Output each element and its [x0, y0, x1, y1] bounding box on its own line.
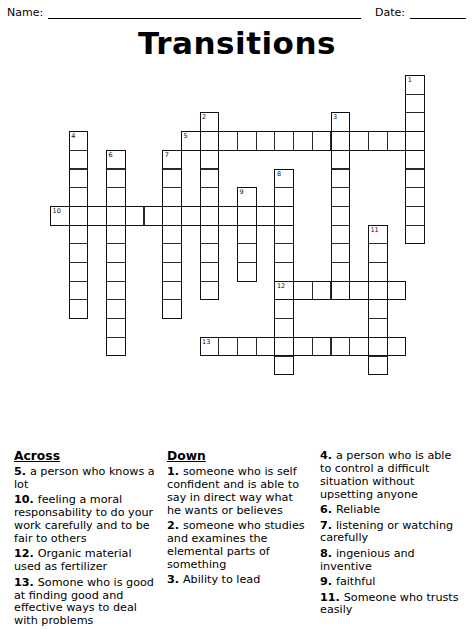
grid-cell[interactable] — [331, 225, 351, 245]
grid-cell[interactable] — [274, 243, 294, 263]
grid-cell[interactable] — [405, 112, 425, 132]
grid-cell[interactable] — [106, 225, 126, 245]
grid-cell[interactable] — [106, 206, 126, 226]
clue-number: 13. — [14, 576, 38, 589]
grid-cell[interactable] — [69, 299, 89, 319]
grid-cell[interactable] — [274, 225, 294, 245]
grid-cell[interactable] — [405, 94, 425, 114]
grid-cell[interactable] — [274, 262, 294, 282]
grid-cell[interactable] — [162, 169, 182, 189]
clue-number: 5. — [14, 465, 30, 478]
grid-cell[interactable] — [200, 169, 220, 189]
grid-cell[interactable] — [69, 150, 89, 170]
clue: 7. listening or watching carefully — [320, 520, 462, 546]
grid-cell[interactable] — [368, 356, 388, 376]
grid-cell[interactable] — [405, 169, 425, 189]
grid-cell[interactable] — [368, 281, 388, 301]
clue: 3. Ability to lead — [167, 574, 309, 587]
grid-cell[interactable] — [106, 187, 126, 207]
grid-cell[interactable] — [69, 206, 89, 226]
grid-cell[interactable] — [274, 299, 294, 319]
grid-cell[interactable] — [218, 131, 238, 151]
grid-cell[interactable] — [69, 187, 89, 207]
grid-cell[interactable] — [237, 243, 257, 263]
grid-cell[interactable] — [331, 112, 351, 132]
grid-cell[interactable] — [200, 281, 220, 301]
grid-cell[interactable] — [237, 337, 257, 357]
clue: 13. Somone who is good at finding good a… — [14, 577, 156, 629]
grid-cell[interactable] — [274, 206, 294, 226]
grid-cell[interactable] — [200, 206, 220, 226]
grid-cell[interactable] — [368, 243, 388, 263]
grid-cell[interactable] — [274, 318, 294, 338]
grid-cell[interactable] — [274, 169, 294, 189]
grid-cell[interactable] — [274, 281, 294, 301]
grid-cell[interactable] — [200, 225, 220, 245]
down-clue-list: 1. someone who is self confident and is … — [167, 466, 309, 587]
down-clues-continued-column: 4. a person who is able to control a dif… — [320, 450, 462, 629]
grid-cell[interactable] — [274, 337, 294, 357]
grid-cell[interactable] — [87, 206, 107, 226]
worksheet-header: Name: Date: — [7, 5, 468, 20]
clue-number: 1. — [167, 465, 183, 478]
grid-cell[interactable] — [200, 187, 220, 207]
across-clue-list: 5. a person who knows a lot10. feeling a… — [14, 466, 156, 628]
grid-cell[interactable] — [106, 299, 126, 319]
clue-number: 9. — [320, 575, 336, 588]
grid-cell[interactable] — [312, 337, 332, 357]
grid-cell[interactable] — [162, 187, 182, 207]
clue-number: 12. — [14, 547, 38, 560]
grid-cell[interactable] — [405, 206, 425, 226]
grid-cell[interactable] — [405, 75, 425, 95]
name-input-line[interactable] — [48, 5, 361, 19]
grid-cell[interactable] — [125, 206, 145, 226]
grid-cell[interactable] — [106, 169, 126, 189]
grid-cell[interactable] — [200, 112, 220, 132]
grid-cell[interactable] — [405, 131, 425, 151]
grid-cell[interactable] — [293, 131, 313, 151]
grid-cell[interactable] — [106, 281, 126, 301]
grid-cell[interactable] — [331, 131, 351, 151]
grid-cell[interactable] — [368, 131, 388, 151]
grid-cell[interactable] — [405, 225, 425, 245]
grid-cell[interactable] — [106, 150, 126, 170]
grid-cell[interactable] — [387, 131, 407, 151]
grid-cell[interactable] — [331, 206, 351, 226]
grid-cell[interactable] — [274, 356, 294, 376]
grid-cell[interactable] — [162, 206, 182, 226]
grid-cell[interactable] — [405, 150, 425, 170]
grid-cell[interactable] — [331, 281, 351, 301]
grid-cell[interactable] — [69, 243, 89, 263]
clue-number: 6. — [320, 503, 336, 516]
grid-cell[interactable] — [368, 262, 388, 282]
grid-cell[interactable] — [237, 131, 257, 151]
grid-cell[interactable] — [69, 225, 89, 245]
grid-cell[interactable] — [69, 281, 89, 301]
clue: 10. feeling a moral responsability to do… — [14, 494, 156, 546]
grid-cell[interactable] — [368, 337, 388, 357]
grid-cell[interactable] — [200, 337, 220, 357]
grid-cell[interactable] — [237, 225, 257, 245]
grid-cell[interactable] — [162, 150, 182, 170]
grid-cell[interactable] — [331, 187, 351, 207]
grid-cell[interactable] — [106, 262, 126, 282]
grid-cell[interactable] — [162, 243, 182, 263]
clue: 2. someone who studies and examines the … — [167, 520, 309, 572]
across-clues-column: Across 5. a person who knows a lot10. fe… — [14, 450, 156, 629]
clue: 12. Organic material used as fertilizer — [14, 548, 156, 574]
grid-cell[interactable] — [274, 187, 294, 207]
grid-cell[interactable] — [200, 131, 220, 151]
clue-number: 2. — [167, 519, 183, 532]
clue: 5. a person who knows a lot — [14, 466, 156, 492]
grid-cell[interactable] — [331, 262, 351, 282]
date-input-line[interactable] — [410, 5, 466, 19]
clue: 6. Reliable — [320, 504, 462, 517]
grid-cell[interactable] — [331, 150, 351, 170]
grid-cell[interactable] — [405, 187, 425, 207]
grid-cell[interactable] — [106, 318, 126, 338]
grid-cell[interactable] — [349, 131, 369, 151]
clue-number: 11. — [320, 591, 344, 604]
grid-cell[interactable] — [256, 131, 276, 151]
grid-cell[interactable] — [256, 206, 276, 226]
grid-cell[interactable] — [293, 281, 313, 301]
crossword-grid: 12345678910111213 — [50, 75, 425, 375]
across-heading: Across — [14, 450, 156, 463]
grid-cell[interactable] — [256, 337, 276, 357]
clue: 8. ingenious and inventive — [320, 548, 462, 574]
down-heading: Down — [167, 450, 309, 463]
grid-cell[interactable] — [331, 337, 351, 357]
grid-cell[interactable] — [274, 131, 294, 151]
grid-cell[interactable] — [387, 337, 407, 357]
grid-cell[interactable] — [200, 243, 220, 263]
grid-cell[interactable] — [237, 262, 257, 282]
grid-cell[interactable] — [218, 206, 238, 226]
grid-cell[interactable] — [312, 281, 332, 301]
grid-cell[interactable] — [106, 337, 126, 357]
grid-cell[interactable] — [349, 281, 369, 301]
clue-number: 4. — [320, 449, 336, 462]
clue-number: 8. — [320, 547, 336, 560]
clue-number: 7. — [320, 519, 336, 532]
grid-cell[interactable] — [162, 299, 182, 319]
grid-cell[interactable] — [162, 281, 182, 301]
clue-number: 3. — [167, 573, 183, 586]
grid-cell[interactable] — [237, 187, 257, 207]
grid-cell[interactable] — [349, 337, 369, 357]
grid-cell[interactable] — [200, 262, 220, 282]
grid-cell[interactable] — [200, 150, 220, 170]
grid-cell[interactable] — [387, 281, 407, 301]
puzzle-title: Transitions — [0, 25, 474, 61]
grid-cell[interactable] — [69, 131, 89, 151]
grid-cell[interactable] — [181, 206, 201, 226]
clues-section: Across 5. a person who knows a lot10. fe… — [14, 450, 462, 629]
clue: 11. Someone who trusts easily — [320, 592, 462, 618]
grid-cell[interactable] — [106, 243, 126, 263]
clue: 4. a person who is able to control a dif… — [320, 450, 462, 502]
grid-cell[interactable] — [368, 318, 388, 338]
grid-cell[interactable] — [50, 206, 70, 226]
grid-cell[interactable] — [331, 169, 351, 189]
clue: 1. someone who is self confident and is … — [167, 466, 309, 518]
grid-cell[interactable] — [144, 206, 164, 226]
grid-cell[interactable] — [162, 225, 182, 245]
grid-cell[interactable] — [331, 243, 351, 263]
down-clue-list-continued: 4. a person who is able to control a dif… — [320, 450, 462, 617]
date-label: Date: — [375, 6, 405, 20]
grid-cell[interactable] — [218, 337, 238, 357]
grid-cell[interactable] — [312, 131, 332, 151]
grid-cell[interactable] — [69, 169, 89, 189]
grid-cell[interactable] — [181, 131, 201, 151]
grid-cell[interactable] — [368, 225, 388, 245]
grid-cell[interactable] — [69, 262, 89, 282]
clue: 9. faithful — [320, 576, 462, 589]
grid-cell[interactable] — [368, 299, 388, 319]
grid-cell[interactable] — [237, 206, 257, 226]
grid-cell[interactable] — [293, 337, 313, 357]
grid-cell[interactable] — [162, 262, 182, 282]
down-clues-column: Down 1. someone who is self confident an… — [167, 450, 309, 629]
clue-number: 10. — [14, 493, 38, 506]
name-label: Name: — [7, 6, 43, 20]
